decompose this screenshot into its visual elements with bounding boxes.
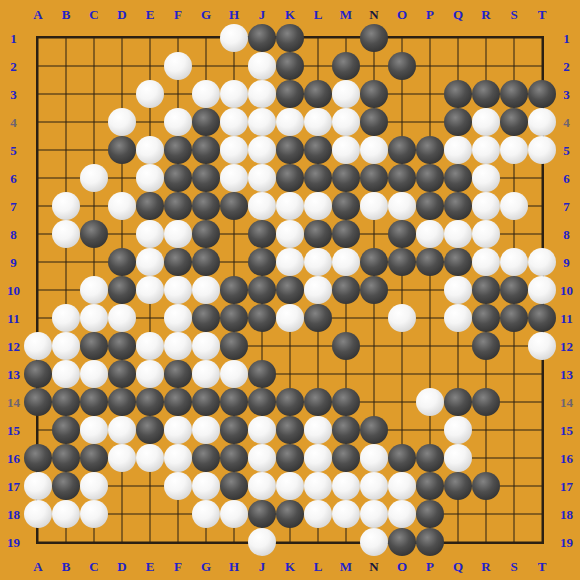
white-stone-T9[interactable] (528, 248, 556, 276)
white-stone-N5[interactable] (360, 136, 388, 164)
black-stone-K18[interactable] (276, 500, 304, 528)
white-stone-Q8[interactable] (444, 220, 472, 248)
column-label-bottom-K: K (276, 553, 304, 579)
black-stone-K6[interactable] (276, 164, 304, 192)
black-stone-H7[interactable] (220, 192, 248, 220)
black-stone-N10[interactable] (360, 276, 388, 304)
column-label-bottom-B: B (52, 553, 80, 579)
black-stone-R11[interactable] (472, 304, 500, 332)
white-stone-O7[interactable] (388, 192, 416, 220)
white-stone-K11[interactable] (276, 304, 304, 332)
column-label-top-M: M (332, 1, 360, 27)
black-stone-K10[interactable] (276, 276, 304, 304)
white-stone-K9[interactable] (276, 248, 304, 276)
black-stone-F9[interactable] (164, 248, 192, 276)
white-stone-C18[interactable] (80, 500, 108, 528)
black-stone-G11[interactable] (192, 304, 220, 332)
black-stone-C8[interactable] (80, 220, 108, 248)
black-stone-J14[interactable] (248, 388, 276, 416)
column-label-top-L: L (304, 1, 332, 27)
black-stone-A16[interactable] (24, 444, 52, 472)
black-stone-M15[interactable] (332, 416, 360, 444)
white-stone-B11[interactable] (52, 304, 80, 332)
row-label-right-17: 17 (553, 472, 580, 500)
white-stone-Q16[interactable] (444, 444, 472, 472)
black-stone-R14[interactable] (472, 388, 500, 416)
white-stone-C6[interactable] (80, 164, 108, 192)
black-stone-R3[interactable] (472, 80, 500, 108)
black-stone-P9[interactable] (416, 248, 444, 276)
black-stone-M2[interactable] (332, 52, 360, 80)
white-stone-D7[interactable] (108, 192, 136, 220)
white-stone-J16[interactable] (248, 444, 276, 472)
black-stone-F7[interactable] (164, 192, 192, 220)
black-stone-T3[interactable] (528, 80, 556, 108)
white-stone-S9[interactable] (500, 248, 528, 276)
black-stone-E7[interactable] (136, 192, 164, 220)
white-stone-H3[interactable] (220, 80, 248, 108)
white-stone-R8[interactable] (472, 220, 500, 248)
black-stone-M16[interactable] (332, 444, 360, 472)
row-label-right-5: 5 (553, 136, 580, 164)
black-stone-P7[interactable] (416, 192, 444, 220)
black-stone-F14[interactable] (164, 388, 192, 416)
black-stone-L6[interactable] (304, 164, 332, 192)
column-label-bottom-M: M (332, 553, 360, 579)
row-label-left-13: 13 (0, 360, 27, 388)
white-stone-L9[interactable] (304, 248, 332, 276)
row-label-right-4: 4 (553, 108, 580, 136)
row-label-left-7: 7 (0, 192, 27, 220)
white-stone-F8[interactable] (164, 220, 192, 248)
black-stone-M7[interactable] (332, 192, 360, 220)
black-stone-M14[interactable] (332, 388, 360, 416)
column-label-bottom-O: O (388, 553, 416, 579)
white-stone-D4[interactable] (108, 108, 136, 136)
column-label-bottom-J: J (248, 553, 276, 579)
column-label-top-G: G (192, 1, 220, 27)
black-stone-Q7[interactable] (444, 192, 472, 220)
black-stone-C16[interactable] (80, 444, 108, 472)
white-stone-R7[interactable] (472, 192, 500, 220)
white-stone-J15[interactable] (248, 416, 276, 444)
black-stone-S11[interactable] (500, 304, 528, 332)
white-stone-B13[interactable] (52, 360, 80, 388)
black-stone-O8[interactable] (388, 220, 416, 248)
white-stone-M3[interactable] (332, 80, 360, 108)
column-label-top-F: F (164, 1, 192, 27)
row-label-left-17: 17 (0, 472, 27, 500)
white-stone-E13[interactable] (136, 360, 164, 388)
white-stone-M17[interactable] (332, 472, 360, 500)
white-stone-M9[interactable] (332, 248, 360, 276)
black-stone-M10[interactable] (332, 276, 360, 304)
white-stone-J4[interactable] (248, 108, 276, 136)
white-stone-F11[interactable] (164, 304, 192, 332)
row-label-right-11: 11 (553, 304, 580, 332)
white-stone-F12[interactable] (164, 332, 192, 360)
white-stone-C11[interactable] (80, 304, 108, 332)
white-stone-G18[interactable] (192, 500, 220, 528)
white-stone-G13[interactable] (192, 360, 220, 388)
white-stone-B18[interactable] (52, 500, 80, 528)
black-stone-P17[interactable] (416, 472, 444, 500)
white-stone-E9[interactable] (136, 248, 164, 276)
row-label-left-5: 5 (0, 136, 27, 164)
black-stone-D5[interactable] (108, 136, 136, 164)
column-label-bottom-D: D (108, 553, 136, 579)
column-label-bottom-S: S (500, 553, 528, 579)
white-stone-J7[interactable] (248, 192, 276, 220)
black-stone-Q17[interactable] (444, 472, 472, 500)
black-stone-N15[interactable] (360, 416, 388, 444)
white-stone-B8[interactable] (52, 220, 80, 248)
white-stone-H1[interactable] (220, 24, 248, 52)
column-label-top-A: A (24, 1, 52, 27)
black-stone-G4[interactable] (192, 108, 220, 136)
black-stone-B15[interactable] (52, 416, 80, 444)
black-stone-M6[interactable] (332, 164, 360, 192)
white-stone-D11[interactable] (108, 304, 136, 332)
column-label-top-R: R (472, 1, 500, 27)
white-stone-F15[interactable] (164, 416, 192, 444)
column-label-bottom-N: N (360, 553, 388, 579)
column-label-bottom-Q: Q (444, 553, 472, 579)
column-label-top-P: P (416, 1, 444, 27)
black-stone-J8[interactable] (248, 220, 276, 248)
white-stone-J3[interactable] (248, 80, 276, 108)
black-stone-Q3[interactable] (444, 80, 472, 108)
black-stone-A14[interactable] (24, 388, 52, 416)
column-label-bottom-E: E (136, 553, 164, 579)
black-stone-O9[interactable] (388, 248, 416, 276)
row-label-left-8: 8 (0, 220, 27, 248)
row-label-right-1: 1 (553, 24, 580, 52)
white-stone-B7[interactable] (52, 192, 80, 220)
column-label-bottom-A: A (24, 553, 52, 579)
white-stone-J19[interactable] (248, 528, 276, 556)
white-stone-Q10[interactable] (444, 276, 472, 304)
row-label-right-18: 18 (553, 500, 580, 528)
column-label-top-Q: Q (444, 1, 472, 27)
row-label-right-3: 3 (553, 80, 580, 108)
black-stone-Q4[interactable] (444, 108, 472, 136)
white-stone-R6[interactable] (472, 164, 500, 192)
white-stone-H5[interactable] (220, 136, 248, 164)
white-stone-C17[interactable] (80, 472, 108, 500)
white-stone-L15[interactable] (304, 416, 332, 444)
black-stone-H10[interactable] (220, 276, 248, 304)
white-stone-Q11[interactable] (444, 304, 472, 332)
black-stone-G16[interactable] (192, 444, 220, 472)
row-label-left-19: 19 (0, 528, 27, 556)
white-stone-A18[interactable] (24, 500, 52, 528)
white-stone-O17[interactable] (388, 472, 416, 500)
row-label-right-19: 19 (553, 528, 580, 556)
black-stone-K14[interactable] (276, 388, 304, 416)
black-stone-D10[interactable] (108, 276, 136, 304)
row-label-right-12: 12 (553, 332, 580, 360)
white-stone-G12[interactable] (192, 332, 220, 360)
black-stone-D13[interactable] (108, 360, 136, 388)
white-stone-N19[interactable] (360, 528, 388, 556)
row-label-right-14: 14 (553, 388, 580, 416)
white-stone-G15[interactable] (192, 416, 220, 444)
black-stone-G14[interactable] (192, 388, 220, 416)
black-stone-E15[interactable] (136, 416, 164, 444)
row-label-right-13: 13 (553, 360, 580, 388)
black-stone-B14[interactable] (52, 388, 80, 416)
white-stone-A17[interactable] (24, 472, 52, 500)
black-stone-K3[interactable] (276, 80, 304, 108)
white-stone-L7[interactable] (304, 192, 332, 220)
white-stone-N18[interactable] (360, 500, 388, 528)
black-stone-D12[interactable] (108, 332, 136, 360)
black-stone-H15[interactable] (220, 416, 248, 444)
black-stone-B17[interactable] (52, 472, 80, 500)
black-stone-H16[interactable] (220, 444, 248, 472)
column-label-top-D: D (108, 1, 136, 27)
row-label-right-15: 15 (553, 416, 580, 444)
row-label-left-10: 10 (0, 276, 27, 304)
column-label-bottom-F: F (164, 553, 192, 579)
white-stone-B12[interactable] (52, 332, 80, 360)
black-stone-J11[interactable] (248, 304, 276, 332)
row-label-right-6: 6 (553, 164, 580, 192)
white-stone-J2[interactable] (248, 52, 276, 80)
white-stone-E6[interactable] (136, 164, 164, 192)
column-label-bottom-G: G (192, 553, 220, 579)
white-stone-E5[interactable] (136, 136, 164, 164)
black-stone-R17[interactable] (472, 472, 500, 500)
row-label-left-6: 6 (0, 164, 27, 192)
black-stone-C14[interactable] (80, 388, 108, 416)
black-stone-E14[interactable] (136, 388, 164, 416)
row-label-left-3: 3 (0, 80, 27, 108)
white-stone-J17[interactable] (248, 472, 276, 500)
white-stone-K7[interactable] (276, 192, 304, 220)
black-stone-G6[interactable] (192, 164, 220, 192)
black-stone-B16[interactable] (52, 444, 80, 472)
white-stone-T10[interactable] (528, 276, 556, 304)
white-stone-F17[interactable] (164, 472, 192, 500)
black-stone-Q9[interactable] (444, 248, 472, 276)
row-label-left-15: 15 (0, 416, 27, 444)
white-stone-M18[interactable] (332, 500, 360, 528)
white-stone-E16[interactable] (136, 444, 164, 472)
black-stone-Q14[interactable] (444, 388, 472, 416)
black-stone-J9[interactable] (248, 248, 276, 276)
column-label-top-C: C (80, 1, 108, 27)
black-stone-D9[interactable] (108, 248, 136, 276)
black-stone-K15[interactable] (276, 416, 304, 444)
white-stone-R5[interactable] (472, 136, 500, 164)
black-stone-R12[interactable] (472, 332, 500, 360)
black-stone-O16[interactable] (388, 444, 416, 472)
white-stone-L16[interactable] (304, 444, 332, 472)
black-stone-Q6[interactable] (444, 164, 472, 192)
column-label-bottom-C: C (80, 553, 108, 579)
white-stone-E3[interactable] (136, 80, 164, 108)
white-stone-H13[interactable] (220, 360, 248, 388)
white-stone-M5[interactable] (332, 136, 360, 164)
black-stone-R10[interactable] (472, 276, 500, 304)
white-stone-H4[interactable] (220, 108, 248, 136)
black-stone-O2[interactable] (388, 52, 416, 80)
white-stone-D15[interactable] (108, 416, 136, 444)
black-stone-S3[interactable] (500, 80, 528, 108)
white-stone-F2[interactable] (164, 52, 192, 80)
white-stone-T5[interactable] (528, 136, 556, 164)
white-stone-L18[interactable] (304, 500, 332, 528)
black-stone-K5[interactable] (276, 136, 304, 164)
black-stone-N1[interactable] (360, 24, 388, 52)
white-stone-D16[interactable] (108, 444, 136, 472)
column-label-top-T: T (528, 1, 556, 27)
white-stone-G17[interactable] (192, 472, 220, 500)
row-label-left-4: 4 (0, 108, 27, 136)
row-label-right-7: 7 (553, 192, 580, 220)
white-stone-O11[interactable] (388, 304, 416, 332)
white-stone-H18[interactable] (220, 500, 248, 528)
black-stone-M12[interactable] (332, 332, 360, 360)
white-stone-J6[interactable] (248, 164, 276, 192)
white-stone-N16[interactable] (360, 444, 388, 472)
white-stone-E10[interactable] (136, 276, 164, 304)
column-label-top-O: O (388, 1, 416, 27)
white-stone-S5[interactable] (500, 136, 528, 164)
black-stone-M8[interactable] (332, 220, 360, 248)
white-stone-E12[interactable] (136, 332, 164, 360)
column-label-bottom-R: R (472, 553, 500, 579)
black-stone-J10[interactable] (248, 276, 276, 304)
black-stone-F5[interactable] (164, 136, 192, 164)
white-stone-H6[interactable] (220, 164, 248, 192)
black-stone-H11[interactable] (220, 304, 248, 332)
column-label-bottom-H: H (220, 553, 248, 579)
black-stone-C12[interactable] (80, 332, 108, 360)
black-stone-L5[interactable] (304, 136, 332, 164)
white-stone-J5[interactable] (248, 136, 276, 164)
black-stone-N3[interactable] (360, 80, 388, 108)
white-stone-Q5[interactable] (444, 136, 472, 164)
black-stone-L3[interactable] (304, 80, 332, 108)
row-label-left-18: 18 (0, 500, 27, 528)
white-stone-E8[interactable] (136, 220, 164, 248)
black-stone-D14[interactable] (108, 388, 136, 416)
white-stone-Q15[interactable] (444, 416, 472, 444)
black-stone-F13[interactable] (164, 360, 192, 388)
white-stone-K8[interactable] (276, 220, 304, 248)
white-stone-O18[interactable] (388, 500, 416, 528)
black-stone-O6[interactable] (388, 164, 416, 192)
white-stone-F4[interactable] (164, 108, 192, 136)
black-stone-P19[interactable] (416, 528, 444, 556)
black-stone-H14[interactable] (220, 388, 248, 416)
black-stone-G5[interactable] (192, 136, 220, 164)
black-stone-N6[interactable] (360, 164, 388, 192)
row-label-left-2: 2 (0, 52, 27, 80)
black-stone-P16[interactable] (416, 444, 444, 472)
black-stone-T11[interactable] (528, 304, 556, 332)
row-label-right-2: 2 (553, 52, 580, 80)
white-stone-G3[interactable] (192, 80, 220, 108)
white-stone-L4[interactable] (304, 108, 332, 136)
column-label-top-S: S (500, 1, 528, 27)
white-stone-A12[interactable] (24, 332, 52, 360)
white-stone-C13[interactable] (80, 360, 108, 388)
black-stone-L11[interactable] (304, 304, 332, 332)
black-stone-H17[interactable] (220, 472, 248, 500)
white-stone-F10[interactable] (164, 276, 192, 304)
black-stone-L14[interactable] (304, 388, 332, 416)
white-stone-P8[interactable] (416, 220, 444, 248)
white-stone-S7[interactable] (500, 192, 528, 220)
white-stone-T12[interactable] (528, 332, 556, 360)
white-stone-K4[interactable] (276, 108, 304, 136)
white-stone-M4[interactable] (332, 108, 360, 136)
white-stone-K17[interactable] (276, 472, 304, 500)
row-label-left-11: 11 (0, 304, 27, 332)
row-label-left-16: 16 (0, 444, 27, 472)
black-stone-J13[interactable] (248, 360, 276, 388)
white-stone-F16[interactable] (164, 444, 192, 472)
row-label-left-9: 9 (0, 248, 27, 276)
black-stone-L8[interactable] (304, 220, 332, 248)
white-stone-R9[interactable] (472, 248, 500, 276)
white-stone-C10[interactable] (80, 276, 108, 304)
row-label-left-12: 12 (0, 332, 27, 360)
black-stone-N4[interactable] (360, 108, 388, 136)
black-stone-N9[interactable] (360, 248, 388, 276)
black-stone-J1[interactable] (248, 24, 276, 52)
black-stone-H12[interactable] (220, 332, 248, 360)
black-stone-S10[interactable] (500, 276, 528, 304)
black-stone-G7[interactable] (192, 192, 220, 220)
black-stone-S4[interactable] (500, 108, 528, 136)
black-stone-P5[interactable] (416, 136, 444, 164)
white-stone-N7[interactable] (360, 192, 388, 220)
white-stone-R4[interactable] (472, 108, 500, 136)
row-label-left-14: 14 (0, 388, 27, 416)
column-label-bottom-L: L (304, 553, 332, 579)
black-stone-K2[interactable] (276, 52, 304, 80)
black-stone-G9[interactable] (192, 248, 220, 276)
white-stone-C15[interactable] (80, 416, 108, 444)
black-stone-K1[interactable] (276, 24, 304, 52)
black-stone-G8[interactable] (192, 220, 220, 248)
white-stone-L10[interactable] (304, 276, 332, 304)
row-label-right-9: 9 (553, 248, 580, 276)
white-stone-T4[interactable] (528, 108, 556, 136)
black-stone-A13[interactable] (24, 360, 52, 388)
black-stone-F6[interactable] (164, 164, 192, 192)
black-stone-O19[interactable] (388, 528, 416, 556)
row-label-right-10: 10 (553, 276, 580, 304)
black-stone-P18[interactable] (416, 500, 444, 528)
black-stone-P6[interactable] (416, 164, 444, 192)
black-stone-K16[interactable] (276, 444, 304, 472)
white-stone-L17[interactable] (304, 472, 332, 500)
column-label-top-E: E (136, 1, 164, 27)
column-label-bottom-T: T (528, 553, 556, 579)
white-stone-N17[interactable] (360, 472, 388, 500)
white-stone-P14[interactable] (416, 388, 444, 416)
row-label-left-1: 1 (0, 24, 27, 52)
black-stone-O5[interactable] (388, 136, 416, 164)
black-stone-J18[interactable] (248, 500, 276, 528)
white-stone-G10[interactable] (192, 276, 220, 304)
